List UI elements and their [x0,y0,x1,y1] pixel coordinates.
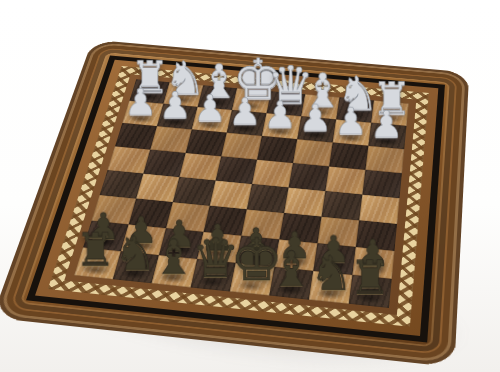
silver-pawn[interactable]: ♟ [159,88,192,125]
walnut-frame: ♜♞♝♚♛♝♞♜♟♟♟♟♟♟♟♟♟♟♟♟♟♟♟♟♜♞♝♛♚♝♞♜ [0,40,469,367]
piece-anchor: ♟ [333,115,372,142]
square-d2[interactable]: ♟ [262,113,301,139]
chess-board-assembly: ♜♞♝♚♛♝♞♜♟♟♟♟♟♟♟♟♟♟♟♟♟♟♟♟♜♞♝♛♚♝♞♜ [0,40,469,367]
square-c4[interactable] [289,163,330,191]
marquetry-inlay-border: ♜♞♝♚♛♝♞♜♟♟♟♟♟♟♟♟♟♟♟♟♟♟♟♟♜♞♝♛♚♝♞♜ [48,66,429,327]
square-a2[interactable]: ♟ [368,123,406,149]
square-e5[interactable] [210,181,252,210]
square-d4[interactable] [252,160,293,188]
square-a8[interactable]: ♜ [349,275,392,308]
bronze-rook[interactable]: ♜ [349,255,391,301]
silver-pawn[interactable]: ♟ [264,97,297,134]
square-f4[interactable] [179,153,221,181]
square-b8[interactable]: ♞ [309,271,352,304]
bronze-bishop[interactable]: ♝ [152,233,195,281]
piece-anchor: ♝ [270,257,315,295]
silver-pawn[interactable]: ♟ [370,106,403,143]
square-b2[interactable]: ♟ [333,120,372,146]
square-b3[interactable] [329,143,368,170]
piece-anchor: ♟ [369,118,407,145]
bronze-knight[interactable]: ♞ [310,249,353,297]
square-b5[interactable] [322,191,363,220]
board-plinth: ♜♞♝♚♛♝♞♜♟♟♟♟♟♟♟♟♟♟♟♟♟♟♟♟♜♞♝♛♚♝♞♜ [26,55,445,342]
square-a3[interactable] [365,146,404,173]
checkerboard: ♜♞♝♚♛♝♞♜♟♟♟♟♟♟♟♟♟♟♟♟♟♟♟♟♜♞♝♛♚♝♞♜ [74,79,408,308]
bronze-bishop[interactable]: ♝ [270,245,313,293]
square-c8[interactable]: ♝ [269,267,313,300]
piece-anchor: ♟ [193,103,233,130]
square-e2[interactable]: ♟ [227,110,267,136]
square-f3[interactable] [186,129,227,156]
silver-pawn[interactable]: ♟ [124,84,157,121]
square-d8[interactable]: ♚ [230,263,275,296]
square-e8[interactable]: ♛ [191,259,236,291]
piece-anchor: ♜ [349,266,392,303]
bronze-rook[interactable]: ♜ [75,227,116,272]
silver-pawn[interactable]: ♟ [229,94,262,131]
square-e4[interactable] [216,156,257,184]
photo-stage: ♜♞♝♚♛♝♞♜♟♟♟♟♟♟♟♟♟♟♟♟♟♟♟♟♜♞♝♛♚♝♞♜ [0,0,500,372]
square-b4[interactable] [325,166,365,194]
square-h4[interactable] [107,146,150,173]
silver-pawn[interactable]: ♟ [299,100,332,137]
square-a5[interactable] [359,195,399,224]
silver-pawn[interactable]: ♟ [194,91,227,128]
square-g3[interactable] [150,126,191,153]
inner-wood-margin: ♜♞♝♚♛♝♞♜♟♟♟♟♟♟♟♟♟♟♟♟♟♟♟♟♜♞♝♛♚♝♞♜ [64,74,416,315]
square-a4[interactable] [362,170,402,198]
square-d3[interactable] [257,136,297,163]
square-f2[interactable]: ♟ [192,107,232,133]
piece-anchor: ♟ [263,109,302,136]
piece-anchor: ♟ [298,112,337,139]
square-c5[interactable] [284,188,325,217]
square-h2[interactable]: ♟ [122,101,163,127]
board-face: ♜♞♝♚♛♝♞♜♟♟♟♟♟♟♟♟♟♟♟♟♟♟♟♟♜♞♝♛♚♝♞♜ [35,60,438,336]
bronze-knight[interactable]: ♞ [114,229,157,277]
piece-anchor: ♞ [310,261,354,300]
silver-pawn[interactable]: ♟ [334,103,367,140]
piece-anchor: ♟ [228,106,268,133]
square-c2[interactable]: ♟ [297,116,336,142]
square-e3[interactable] [221,133,262,160]
square-c3[interactable] [293,139,333,166]
square-f5[interactable] [173,177,216,206]
square-d5[interactable] [247,184,289,213]
